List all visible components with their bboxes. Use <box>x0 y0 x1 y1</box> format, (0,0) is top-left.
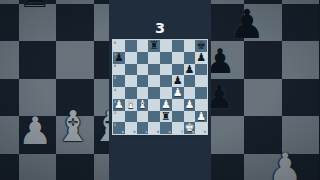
square-h6 <box>195 64 207 76</box>
square-b4 <box>125 87 137 99</box>
square-c2 <box>137 111 149 123</box>
square-a8: 8 <box>113 40 125 52</box>
piece-black-pawn-g6: ♟ <box>184 64 196 76</box>
rank-coordinate-label: 8 <box>114 41 116 45</box>
square-b2 <box>125 111 137 123</box>
square-g3: ♟ <box>184 99 196 111</box>
square-b3: ♝ <box>125 99 137 111</box>
countdown-label: 3 <box>109 21 211 36</box>
piece-white-pawn-h2: ♟ <box>195 111 207 123</box>
file-coordinate-label: e <box>169 130 171 134</box>
square-a4: 4 <box>113 87 125 99</box>
file-coordinate-label: a <box>122 130 124 134</box>
square-h2: ♟ <box>195 111 207 123</box>
square-a5: 5 <box>113 75 125 87</box>
video-frame: ♜♟♟♟♟♝♝♟ 3 8♜♚7♟♟6♟5♟4♟3♟♝♝♟♟2♜♟1abcdefg… <box>0 0 320 180</box>
piece-white-bishop-c3: ♝ <box>137 99 149 111</box>
piece-black-pawn-a7: ♟ <box>113 52 125 64</box>
square-e1: e <box>160 122 172 134</box>
file-coordinate-label: h <box>204 130 207 134</box>
square-h3 <box>195 99 207 111</box>
square-b7 <box>125 52 137 64</box>
square-g5 <box>184 75 196 87</box>
square-h4 <box>195 87 207 99</box>
square-e4 <box>160 87 172 99</box>
square-h8: ♚ <box>195 40 207 52</box>
square-a6: 6 <box>113 64 125 76</box>
piece-black-pawn-h7: ♟ <box>195 52 207 64</box>
square-e6 <box>160 64 172 76</box>
file-coordinate-label: f <box>181 130 183 134</box>
square-c4 <box>137 87 149 99</box>
square-c7 <box>137 52 149 64</box>
square-a1: 1a <box>113 122 125 134</box>
square-d5 <box>148 75 160 87</box>
file-coordinate-label: c <box>145 130 147 134</box>
piece-white-pawn-g3: ♟ <box>184 99 196 111</box>
square-f3 <box>172 99 184 111</box>
piece-white-pawn-a3: ♟ <box>113 99 125 111</box>
square-f1: f <box>172 122 184 134</box>
square-d4 <box>148 87 160 99</box>
square-f4: ♟ <box>172 87 184 99</box>
square-b5 <box>125 75 137 87</box>
square-f7 <box>172 52 184 64</box>
square-c3: ♝ <box>137 99 149 111</box>
square-f2 <box>172 111 184 123</box>
file-coordinate-label: d <box>157 130 160 134</box>
rank-coordinate-label: 2 <box>114 111 116 115</box>
square-g7 <box>184 52 196 64</box>
square-c8 <box>137 40 149 52</box>
square-c1: c <box>137 122 149 134</box>
square-e2: ♜ <box>160 111 172 123</box>
rank-coordinate-label: 1 <box>114 123 116 127</box>
square-d8: ♜ <box>148 40 160 52</box>
square-d6 <box>148 64 160 76</box>
piece-white-king-g1: ♚ <box>184 122 196 134</box>
file-coordinate-label: b <box>133 130 136 134</box>
piece-white-pawn-f4: ♟ <box>172 87 184 99</box>
chess-board: 8♜♚7♟♟6♟5♟4♟3♟♝♝♟♟2♜♟1abcdefg♚h <box>113 40 207 134</box>
square-d7 <box>148 52 160 64</box>
piece-black-king-h8: ♚ <box>195 40 207 52</box>
rank-coordinate-label: 6 <box>114 64 116 68</box>
square-a7: 7♟ <box>113 52 125 64</box>
square-c6 <box>137 64 149 76</box>
square-g1: g♚ <box>184 122 196 134</box>
piece-black-rook-e2: ♜ <box>160 111 172 123</box>
square-d3 <box>148 99 160 111</box>
square-d2 <box>148 111 160 123</box>
square-c5 <box>137 75 149 87</box>
square-e5 <box>160 75 172 87</box>
square-h7: ♟ <box>195 52 207 64</box>
square-g8 <box>184 40 196 52</box>
square-d1: d <box>148 122 160 134</box>
piece-black-rook-d8: ♜ <box>148 40 160 52</box>
square-f8 <box>172 40 184 52</box>
square-b1: b <box>125 122 137 134</box>
piece-white-bishop-b3: ♝ <box>125 99 137 111</box>
square-h1: h <box>195 122 207 134</box>
rank-coordinate-label: 5 <box>114 76 116 80</box>
square-a2: 2 <box>113 111 125 123</box>
square-b6 <box>125 64 137 76</box>
square-e8 <box>160 40 172 52</box>
square-b8 <box>125 40 137 52</box>
rank-coordinate-label: 4 <box>114 88 116 92</box>
square-g4 <box>184 87 196 99</box>
square-g6: ♟ <box>184 64 196 76</box>
square-e3: ♟ <box>160 99 172 111</box>
square-e7 <box>160 52 172 64</box>
square-h5 <box>195 75 207 87</box>
piece-white-pawn-e3: ♟ <box>160 99 172 111</box>
square-a3: 3♟ <box>113 99 125 111</box>
